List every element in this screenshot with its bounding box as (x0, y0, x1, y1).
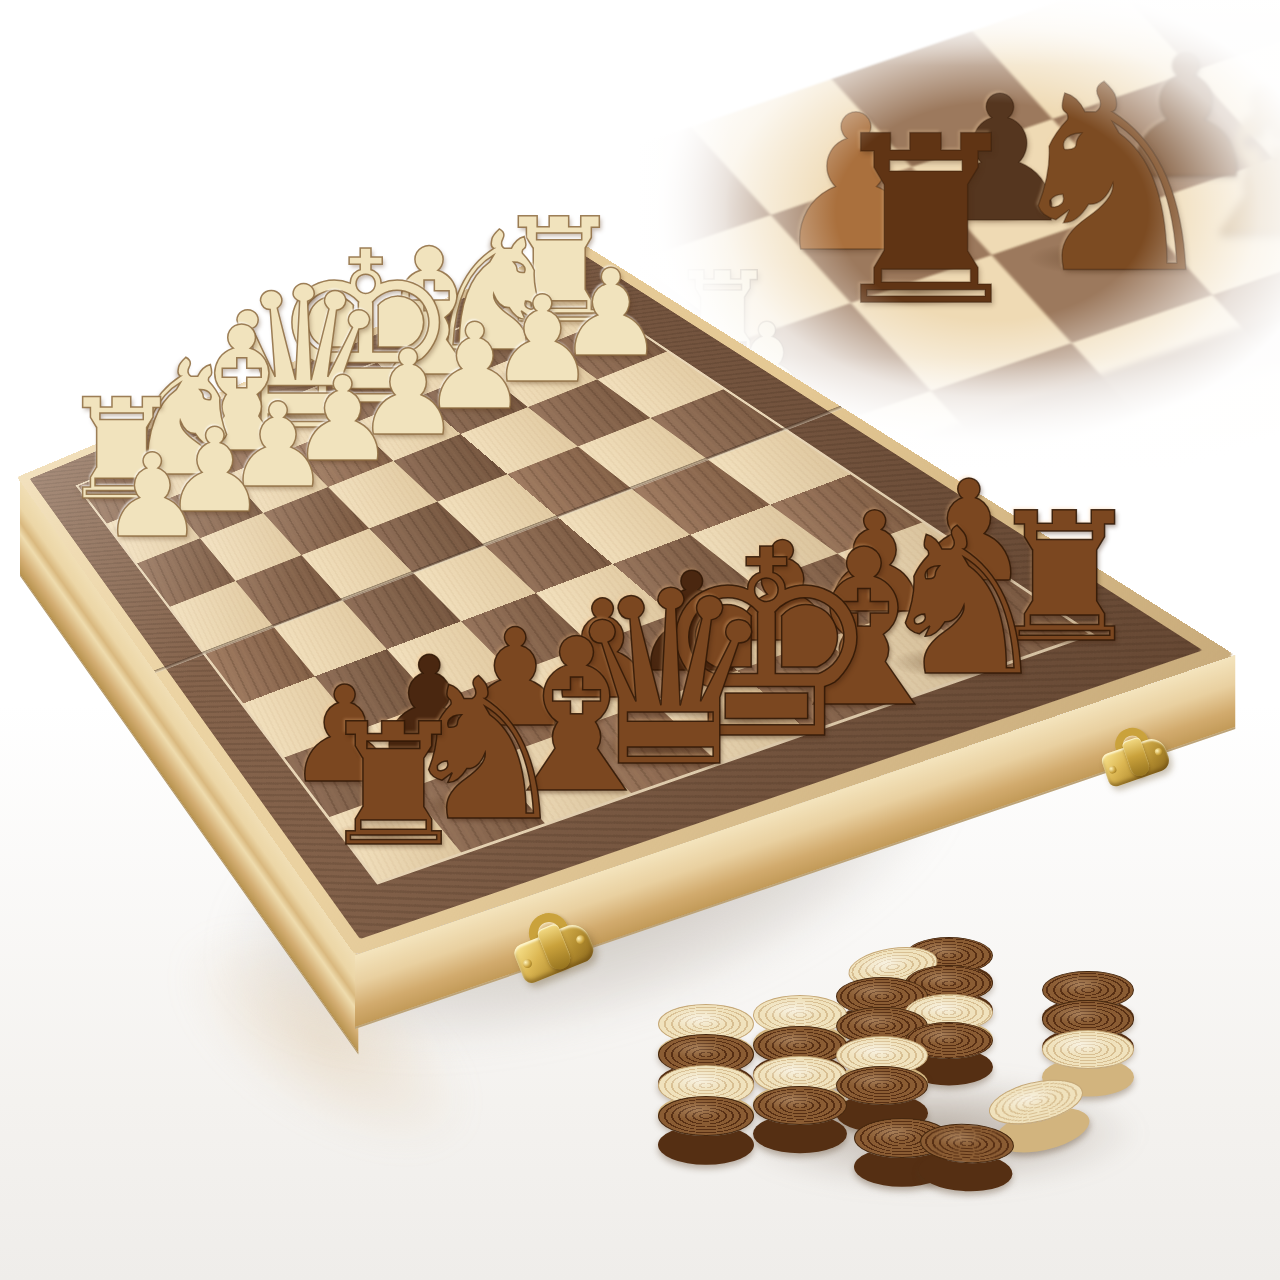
brown-checker-piece (658, 1034, 754, 1074)
cream-checker-piece (905, 994, 993, 1031)
brown-checker-piece (753, 1026, 847, 1065)
cream-checker-piece (836, 1036, 928, 1075)
brown-checker-piece (836, 1066, 928, 1105)
cream-checker-piece (658, 1004, 754, 1044)
cream-checker-piece (1042, 1030, 1134, 1069)
brown-checker-piece (1042, 971, 1134, 1010)
cream-checker-piece (753, 1056, 847, 1095)
cream-checker-piece (753, 995, 847, 1034)
brown-checker-piece (658, 1096, 754, 1136)
cream-checker-piece (846, 941, 941, 992)
brown-checker-piece (836, 1007, 928, 1046)
brown-checker-piece (919, 1122, 1015, 1166)
brown-checker-piece (1042, 1000, 1134, 1039)
brown-checker-piece (905, 965, 993, 1002)
brown-checker-piece (836, 977, 928, 1016)
checkers-floor-shadow (640, 1048, 1230, 1218)
product-photo: ♟♟♝♟♞♜♜♝♟♟ ♜♞♝♛♚♝♞♜♟♟♟♟♟♟♟♟♟♟♟♟♟♟♟♟♜♞♝♛♚… (0, 0, 1280, 1280)
brown-checker-piece (905, 937, 993, 974)
brown-checker-piece (905, 1022, 993, 1059)
brown-checker-piece (854, 1118, 950, 1158)
cream-checker-piece (985, 1072, 1088, 1133)
cream-checker-piece (658, 1065, 754, 1105)
brown-checker-piece (753, 1086, 847, 1125)
